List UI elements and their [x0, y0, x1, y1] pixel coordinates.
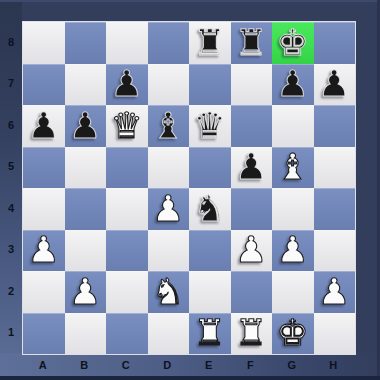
piece-black-rook[interactable]: ♜: [194, 25, 226, 61]
rank-labels: 8 7 6 5 4 3 2 1: [0, 21, 22, 353]
piece-black-rook[interactable]: ♜: [235, 25, 267, 61]
piece-black-pawn[interactable]: ♟: [318, 66, 350, 102]
rank-label-3: 3: [0, 229, 22, 271]
square-c1[interactable]: [106, 313, 148, 355]
square-c3[interactable]: [106, 230, 148, 272]
square-g5[interactable]: ♝: [272, 147, 314, 189]
file-label-c: C: [105, 354, 147, 376]
square-c2[interactable]: [106, 271, 148, 313]
square-h5[interactable]: [314, 147, 356, 189]
square-c5[interactable]: [106, 147, 148, 189]
square-c8[interactable]: [106, 22, 148, 64]
square-b6[interactable]: ♟: [65, 105, 107, 147]
piece-white-bishop[interactable]: ♝: [277, 149, 309, 185]
square-g4[interactable]: [272, 188, 314, 230]
piece-black-queen[interactable]: ♛: [194, 108, 226, 144]
square-c7[interactable]: ♟: [106, 64, 148, 106]
square-g7[interactable]: ♟: [272, 64, 314, 106]
file-label-g: G: [271, 354, 313, 376]
piece-white-king[interactable]: ♚: [277, 315, 309, 351]
square-d5[interactable]: [148, 147, 190, 189]
file-labels: A B C D E F G H: [22, 354, 354, 376]
square-d4[interactable]: ♟: [148, 188, 190, 230]
file-label-f: F: [230, 354, 272, 376]
piece-black-knight[interactable]: ♞: [194, 191, 226, 227]
square-h4[interactable]: [314, 188, 356, 230]
frame-top-edge: [0, 0, 380, 2]
square-e3[interactable]: [189, 230, 231, 272]
square-a6[interactable]: ♟: [23, 105, 65, 147]
square-e2[interactable]: [189, 271, 231, 313]
square-d7[interactable]: [148, 64, 190, 106]
piece-white-rook[interactable]: ♜: [235, 315, 267, 351]
square-d8[interactable]: [148, 22, 190, 64]
piece-white-pawn[interactable]: ♟: [152, 191, 184, 227]
square-g2[interactable]: [272, 271, 314, 313]
file-label-h: H: [313, 354, 355, 376]
piece-white-pawn[interactable]: ♟: [235, 232, 267, 268]
square-g6[interactable]: [272, 105, 314, 147]
square-c6[interactable]: ♛: [106, 105, 148, 147]
square-a1[interactable]: [23, 313, 65, 355]
piece-black-pawn[interactable]: ♟: [69, 108, 101, 144]
piece-white-queen[interactable]: ♛: [111, 108, 143, 144]
square-f1[interactable]: ♜: [231, 313, 273, 355]
square-f5[interactable]: ♟: [231, 147, 273, 189]
square-b7[interactable]: [65, 64, 107, 106]
square-c4[interactable]: [106, 188, 148, 230]
rank-label-4: 4: [0, 187, 22, 229]
square-f2[interactable]: [231, 271, 273, 313]
rank-label-5: 5: [0, 146, 22, 188]
square-b1[interactable]: [65, 313, 107, 355]
square-h7[interactable]: ♟: [314, 64, 356, 106]
square-d2[interactable]: ♞: [148, 271, 190, 313]
square-g1[interactable]: ♚: [272, 313, 314, 355]
square-h3[interactable]: [314, 230, 356, 272]
file-label-a: A: [22, 354, 64, 376]
square-h1[interactable]: [314, 313, 356, 355]
piece-white-pawn[interactable]: ♟: [277, 232, 309, 268]
square-b8[interactable]: [65, 22, 107, 64]
rank-label-2: 2: [0, 270, 22, 312]
rank-label-8: 8: [0, 21, 22, 63]
square-g3[interactable]: ♟: [272, 230, 314, 272]
chess-board: ♜♜♚♟♟♟♟♟♛♝♛♟♝♟♞♟♟♟♟♞♟♜♜♚: [22, 21, 356, 355]
square-e5[interactable]: [189, 147, 231, 189]
square-b4[interactable]: [65, 188, 107, 230]
square-h2[interactable]: ♟: [314, 271, 356, 313]
square-a7[interactable]: [23, 64, 65, 106]
rank-label-1: 1: [0, 312, 22, 354]
piece-white-knight[interactable]: ♞: [152, 274, 184, 310]
square-a2[interactable]: [23, 271, 65, 313]
square-h8[interactable]: [314, 22, 356, 64]
square-e4[interactable]: ♞: [189, 188, 231, 230]
square-b3[interactable]: [65, 230, 107, 272]
piece-white-rook[interactable]: ♜: [194, 315, 226, 351]
square-d1[interactable]: [148, 313, 190, 355]
square-f6[interactable]: [231, 105, 273, 147]
piece-black-pawn[interactable]: ♟: [28, 108, 60, 144]
square-a3[interactable]: ♟: [23, 230, 65, 272]
piece-black-king[interactable]: ♚: [277, 25, 309, 61]
file-label-e: E: [188, 354, 230, 376]
square-a5[interactable]: [23, 147, 65, 189]
square-e1[interactable]: ♜: [189, 313, 231, 355]
square-b5[interactable]: [65, 147, 107, 189]
square-g8[interactable]: ♚: [272, 22, 314, 64]
square-h6[interactable]: [314, 105, 356, 147]
square-f3[interactable]: ♟: [231, 230, 273, 272]
piece-black-bishop[interactable]: ♝: [152, 108, 184, 144]
rank-label-6: 6: [0, 104, 22, 146]
square-a8[interactable]: [23, 22, 65, 64]
square-d6[interactable]: ♝: [148, 105, 190, 147]
piece-black-pawn[interactable]: ♟: [235, 149, 267, 185]
square-e7[interactable]: [189, 64, 231, 106]
square-e6[interactable]: ♛: [189, 105, 231, 147]
square-e8[interactable]: ♜: [189, 22, 231, 64]
square-f4[interactable]: [231, 188, 273, 230]
square-a4[interactable]: [23, 188, 65, 230]
file-label-b: B: [64, 354, 106, 376]
square-d3[interactable]: [148, 230, 190, 272]
rank-label-7: 7: [0, 63, 22, 105]
piece-white-pawn[interactable]: ♟: [318, 274, 350, 310]
square-f7[interactable]: [231, 64, 273, 106]
piece-black-pawn[interactable]: ♟: [277, 66, 309, 102]
square-b2[interactable]: ♟: [65, 271, 107, 313]
square-f8[interactable]: ♜: [231, 22, 273, 64]
file-label-d: D: [147, 354, 189, 376]
chess-diagram: 8 7 6 5 4 3 2 1 ♜♜♚♟♟♟♟♟♛♝♛♟♝♟♞♟♟♟♟♞♟♜♜♚…: [0, 0, 380, 380]
piece-white-pawn[interactable]: ♟: [69, 274, 101, 310]
piece-white-pawn[interactable]: ♟: [28, 232, 60, 268]
piece-black-pawn[interactable]: ♟: [111, 66, 143, 102]
frame-bottom-edge: [0, 376, 380, 380]
